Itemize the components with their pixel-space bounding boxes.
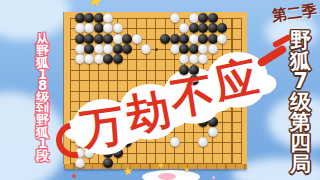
black-stone	[84, 13, 94, 23]
white-stone	[217, 34, 227, 44]
caption-character: 7	[293, 71, 308, 92]
black-stone	[179, 34, 189, 44]
caption-character: 狐	[290, 51, 311, 72]
white-stone	[189, 54, 199, 64]
thumbnail-stage: 万劫不应 从野狐18级到野狐1段 第二季 野狐7级第四局 ★★★★	[0, 0, 320, 180]
red-dot-decoration	[72, 174, 76, 178]
white-stone	[103, 13, 113, 23]
star-point	[155, 48, 158, 51]
black-stone	[103, 158, 113, 168]
pink-dot-decoration	[212, 176, 215, 179]
white-stone	[75, 158, 85, 168]
black-stone	[189, 23, 199, 33]
black-stone	[208, 23, 218, 33]
left-caption-vertical: 从野狐18级到野狐1段	[36, 34, 50, 162]
black-stone	[208, 13, 218, 23]
white-stone	[75, 44, 85, 54]
white-stone	[113, 23, 123, 33]
star-icon: ★	[184, 167, 189, 173]
black-stone	[208, 34, 218, 44]
black-stone	[122, 34, 132, 44]
banner-character: 万	[78, 103, 127, 152]
white-stone	[94, 44, 104, 54]
white-stone	[75, 23, 85, 33]
black-stone	[160, 34, 170, 44]
banner-character: 应	[211, 55, 262, 106]
banner-character: 不	[168, 72, 217, 121]
white-stone	[170, 137, 180, 147]
black-stone	[113, 44, 123, 54]
right-caption-vertical: 野狐7级第四局	[290, 30, 311, 174]
star-icon: ★	[122, 165, 134, 178]
white-stone	[113, 34, 123, 44]
white-stone	[132, 34, 142, 44]
caption-character: 野	[290, 30, 311, 51]
banner-character: 劫	[123, 87, 173, 137]
caption-character: 四	[290, 133, 311, 154]
white-stone	[208, 44, 218, 54]
black-stone	[84, 34, 94, 44]
white-stone	[170, 13, 180, 23]
caption-character: 局	[290, 154, 311, 175]
black-stone	[75, 13, 85, 23]
white-stone	[208, 127, 218, 137]
bottom-pink-blob	[158, 173, 176, 180]
banner-swoosh-right	[256, 44, 287, 68]
black-stone	[75, 34, 85, 44]
black-stone	[189, 44, 199, 54]
black-stone	[198, 13, 208, 23]
black-stone	[198, 34, 208, 44]
white-stone	[75, 54, 85, 64]
black-stone	[94, 23, 104, 33]
black-stone	[113, 54, 123, 64]
cloud-top-left	[0, 0, 70, 40]
white-stone	[189, 34, 199, 44]
white-stone	[189, 13, 199, 23]
star-icon: ★	[86, 0, 104, 11]
black-stone	[94, 13, 104, 23]
white-stone	[170, 44, 180, 54]
white-stone	[94, 54, 104, 64]
black-stone	[103, 34, 113, 44]
caption-character: 第	[290, 112, 311, 133]
black-stone	[170, 34, 180, 44]
black-stone	[94, 34, 104, 44]
caption-character: 段	[36, 150, 50, 162]
